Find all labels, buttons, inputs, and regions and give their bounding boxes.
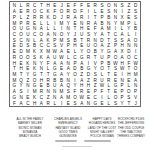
word-list-column: CHARLIES ANGELSEMERGENCYFANTASY ISLANDGO… <box>50 117 86 138</box>
word-list: ALL IN THE FAMILYBARNEY MILLERBIONIC WOM… <box>0 117 150 138</box>
word-list-item: GUNSMOKE <box>50 134 86 138</box>
grid-cell: G <box>92 100 99 106</box>
word-search-page: { "game": "word_search", "grid": { "rows… <box>0 0 150 150</box>
grid-cell: R <box>45 100 52 106</box>
word-list-item: BRADY BUNCH <box>4 134 56 138</box>
fine-print <box>0 139 150 149</box>
grid-cell: S <box>72 100 79 106</box>
grid-cell: A <box>38 100 45 106</box>
grid-cell: S <box>112 100 119 106</box>
grid-cell: T <box>126 100 133 106</box>
grid-cell: L <box>105 100 112 106</box>
grid-cell: E <box>65 100 72 106</box>
word-search-grid: NLRCTHEJEFFERSONSZDAEROCKFORDFILESNIZSPL… <box>9 1 141 107</box>
grid-cell: N <box>85 100 92 106</box>
grid-cell: H <box>31 100 38 106</box>
fine-print-line <box>62 146 92 148</box>
word-list-column: ALL IN THE FAMILYBARNEY MILLERBIONIC WOM… <box>4 117 56 138</box>
grid-cell: Y <box>119 100 126 106</box>
grid-cell: L <box>51 100 58 106</box>
fine-print-line <box>84 140 111 142</box>
grid-cell: A <box>78 100 85 106</box>
grid-cell: E <box>99 100 106 106</box>
fine-print-line <box>55 140 77 142</box>
word-list-item: THE JEFFERSONS <box>112 121 150 125</box>
grid-cell: C <box>24 100 31 106</box>
grid-cell: J <box>132 100 139 106</box>
word-list-item: THREES COMPANY <box>112 134 150 138</box>
grid-cell: F <box>11 100 18 106</box>
grid-cell: I <box>58 100 65 106</box>
grid-cell: A <box>18 100 25 106</box>
word-list-column: ROCKFORD FILESTHE JEFFERSONSTHE ODD COUP… <box>112 117 150 138</box>
